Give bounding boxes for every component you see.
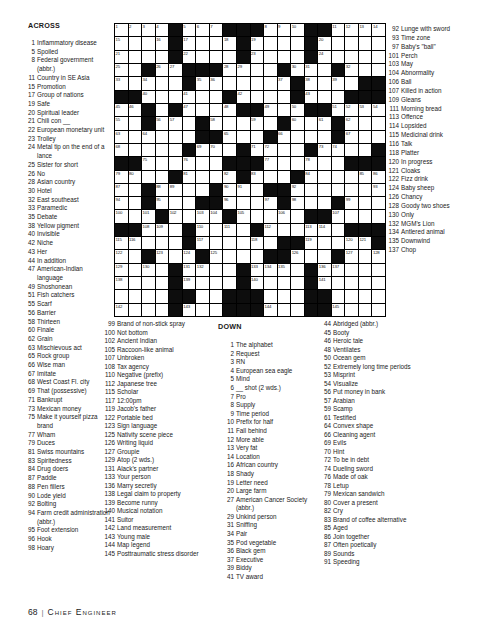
grid-cell: 95 — [156, 197, 169, 209]
grid-cell — [196, 171, 209, 183]
clue-number: 78 — [310, 482, 333, 491]
black-cell — [305, 51, 318, 63]
grid-cell — [210, 237, 223, 249]
grid-cell — [251, 64, 264, 76]
clue-number: 134 — [380, 228, 401, 237]
cell-number: 48 — [224, 104, 228, 109]
grid-cell — [156, 104, 169, 116]
cell-number: 131 — [183, 264, 190, 269]
grid-cell: 6 — [196, 24, 209, 36]
grid-cell: 56 — [156, 117, 169, 129]
clue-number: 87 — [310, 541, 333, 550]
cell-number: 85 — [359, 171, 363, 176]
clue-number: 46 — [310, 337, 333, 346]
clue-item: 139Become runny — [90, 499, 212, 508]
clue-number: 91 — [310, 558, 333, 567]
black-cell — [142, 104, 155, 116]
grid-cell — [129, 37, 142, 49]
clue-text: Raccoon-like animal — [117, 346, 212, 355]
grid-cell — [291, 304, 304, 316]
grid-cell — [183, 117, 196, 129]
cell-number: 63 — [116, 131, 120, 136]
clue-text: Killed in action — [401, 87, 492, 96]
clue-text: Scholar — [117, 388, 212, 397]
clue-item: 97Baby's "ball" — [380, 43, 492, 52]
clue-text: Lunge with sword — [401, 25, 492, 34]
grid-cell — [278, 51, 291, 63]
clue-item: 109Gleans — [380, 96, 492, 105]
grid-cell — [237, 250, 250, 262]
clue-item: 122Fizz drink — [380, 175, 492, 184]
black-cell — [142, 64, 155, 76]
grid-cell: 116 — [129, 237, 142, 249]
clue-text: Request — [236, 350, 318, 359]
clue-item: 1Inflammatory disease — [21, 39, 110, 48]
clue-item: 103May — [380, 60, 492, 69]
clue-number: 68 — [21, 378, 37, 387]
clue-number: 16 — [212, 461, 236, 470]
clue-text: Hint — [333, 448, 440, 457]
grid-cell: 42 — [237, 91, 250, 103]
grid-cell — [359, 144, 372, 156]
grid-cell — [264, 117, 277, 129]
grid-cell: 21 — [115, 51, 128, 63]
grid-cell: 108 — [142, 224, 155, 236]
clue-item: 85Aged — [310, 524, 440, 533]
black-cell — [183, 77, 196, 89]
clue-text: Paramedic — [37, 204, 110, 213]
grid-cell: 103 — [196, 210, 209, 222]
clue-text: Speeding — [333, 558, 440, 567]
clue-number: 107 — [90, 354, 117, 363]
grid-cell: 88 — [156, 184, 169, 196]
clue-number: 56 — [310, 388, 333, 397]
clue-text: May — [401, 60, 492, 69]
cell-number: 77 — [265, 157, 269, 162]
grid-cell — [332, 171, 345, 183]
clue-number: 58 — [21, 318, 37, 327]
clue-text: Heroic tale — [333, 337, 440, 346]
clue-item: 42Niche — [21, 239, 110, 248]
clue-number: 14 — [212, 453, 236, 462]
clue-item: 44Abridged (abbr.) — [310, 320, 440, 329]
black-cell — [332, 64, 345, 76]
grid-cell: 83 — [251, 171, 264, 183]
clue-item: 11Fall behind — [212, 427, 318, 436]
cell-number: 58 — [210, 117, 214, 122]
black-cell — [156, 210, 169, 222]
black-cell — [183, 144, 196, 156]
grid-cell — [345, 171, 358, 183]
clue-text: Fish catchers — [37, 291, 110, 300]
clue-number: 52 — [310, 363, 333, 372]
clue-item: 116Talk — [380, 140, 492, 149]
clue-number: 11 — [21, 74, 37, 83]
grid-cell: 76 — [183, 157, 196, 169]
cell-number: 136 — [319, 264, 326, 269]
grid-cell: 106 — [278, 210, 291, 222]
cell-number: 72 — [265, 144, 269, 149]
clue-number: 25 — [21, 161, 37, 170]
clue-item: 44In addition — [21, 257, 110, 266]
grid-cell: 5 — [183, 24, 196, 36]
clue-number: 126 — [380, 193, 401, 202]
cell-number: 123 — [156, 250, 163, 255]
clue-number: 67 — [21, 370, 37, 379]
clue-item: 33Paramedic — [21, 204, 110, 213]
grid-cell: 115 — [115, 237, 128, 249]
cell-number: 23 — [251, 51, 255, 56]
grid-cell — [359, 290, 372, 302]
grid-cell — [129, 184, 142, 196]
grid-cell — [210, 157, 223, 169]
grid-cell: 62 — [345, 117, 358, 129]
cell-number: 2 — [129, 24, 131, 29]
clue-number: 3 — [212, 358, 236, 367]
cell-number: 82 — [224, 171, 228, 176]
clue-text: Baby's "ball" — [401, 43, 492, 52]
clue-number: 60 — [21, 326, 37, 335]
grid-cell — [156, 290, 169, 302]
cell-number: 118 — [251, 237, 257, 242]
grid-cell — [142, 144, 155, 156]
grid-cell: 66 — [278, 131, 291, 143]
clue-text: Barrier — [37, 309, 110, 318]
clue-number: 21 — [21, 117, 37, 126]
cell-number: 112 — [265, 224, 271, 229]
clue-number: 96 — [21, 535, 37, 544]
clue-item: 130Only — [380, 211, 492, 220]
clue-item: 111Morning bread — [380, 105, 492, 114]
clue-number: 86 — [310, 533, 333, 542]
cell-number: 114 — [319, 224, 325, 229]
grid-cell — [251, 131, 264, 143]
clue-number: 59 — [310, 405, 333, 414]
grid-cell: 2 — [129, 24, 142, 36]
cell-number: 70 — [210, 144, 214, 149]
grid-cell — [196, 104, 209, 116]
grid-cell — [156, 264, 169, 276]
grid-cell — [359, 277, 372, 289]
grid-cell — [142, 171, 155, 183]
clue-item: 127Groupie — [90, 448, 212, 457]
black-cell — [129, 91, 142, 103]
cell-number: 12 — [346, 24, 350, 29]
clue-text: Testified — [333, 414, 440, 423]
clue-item: 50Ocean gem — [310, 354, 440, 363]
clue-number: 63 — [21, 344, 37, 353]
grid-cell — [196, 37, 209, 49]
clue-item: 29Unkind person — [212, 513, 318, 522]
clue-item: 6__ shot (2 wds.) — [212, 384, 318, 393]
grid-cell — [251, 250, 264, 262]
clue-number: 104 — [380, 69, 401, 78]
grid-cell — [223, 237, 236, 249]
grid-cell: 30 — [291, 64, 304, 76]
grid-cell: 114 — [318, 224, 331, 236]
grid-cell — [169, 144, 182, 156]
grid-cell — [129, 304, 142, 316]
grid-cell: 35 — [196, 77, 209, 89]
clue-number: 98 — [21, 544, 37, 553]
grid-cell: 57 — [169, 117, 182, 129]
grid-cell — [264, 37, 277, 49]
clue-number: 69 — [21, 387, 37, 396]
clue-number: 56 — [21, 309, 37, 318]
black-cell — [142, 197, 155, 209]
clue-item: 106Ball — [380, 78, 492, 87]
clue-number: 120 — [380, 158, 401, 167]
clue-text: Brand of coffee alternative — [333, 516, 440, 525]
clue-number: 112 — [90, 380, 117, 389]
grid-cell: 94 — [115, 197, 128, 209]
cell-number: 11 — [332, 24, 336, 29]
clue-item: 47American-Indian language — [21, 265, 110, 282]
grid-cell — [237, 237, 250, 249]
black-cell — [237, 171, 250, 183]
cell-number: 129 — [116, 264, 123, 269]
clue-text: Your person — [117, 473, 212, 482]
clue-item: 3RN — [212, 358, 318, 367]
grid-cell — [278, 304, 291, 316]
cell-number: 141 — [319, 277, 326, 282]
grid-cell: 28 — [223, 64, 236, 76]
clue-item: 112Japanese tree — [90, 380, 212, 389]
grid-cell: 75 — [142, 157, 155, 169]
clue-item: 48Ventilates — [310, 346, 440, 355]
cell-number: 107 — [332, 210, 339, 215]
black-cell — [115, 224, 128, 236]
cell-number: 100 — [116, 210, 123, 215]
clue-number: 108 — [90, 363, 117, 372]
black-cell — [210, 184, 223, 196]
clue-item: 46Heroic tale — [310, 337, 440, 346]
clue-item: 1The alphabet — [212, 341, 318, 350]
clue-item: 104Abnormality — [380, 69, 492, 78]
clue-number: 61 — [310, 414, 333, 423]
clue-text: Dueling sword — [333, 465, 440, 474]
clue-text: 12:00pm — [117, 397, 212, 406]
grid-cell: 59 — [251, 117, 264, 129]
grid-cell: 80 — [129, 171, 142, 183]
grid-cell — [251, 210, 264, 222]
grid-cell: 31 — [305, 64, 318, 76]
grid-cell: 39 — [332, 77, 345, 89]
grid-cell: 68 — [115, 144, 128, 156]
cell-number: 130 — [143, 264, 150, 269]
grid-cell: 99 — [345, 197, 358, 209]
grid-cell: 13 — [359, 24, 372, 36]
grid-cell — [156, 91, 169, 103]
clue-number: 71 — [21, 396, 37, 405]
clue-number: 4 — [212, 367, 236, 376]
clue-text: American Cancer Society (abbr.) — [236, 496, 318, 513]
clue-text: Scarf — [37, 300, 110, 309]
crossword-grid: 1234567891011121314151617181920212223242… — [114, 23, 386, 317]
clue-text: RN — [236, 358, 318, 367]
cell-number: 101 — [143, 210, 150, 215]
grid-cell: 74 — [332, 144, 345, 156]
clue-text: Unbroken — [117, 354, 212, 363]
cell-number: 95 — [156, 197, 160, 202]
grid-cell: 143 — [183, 304, 196, 316]
black-cell — [237, 304, 250, 316]
clue-number: 1 — [21, 39, 37, 48]
cell-number: 21 — [116, 51, 120, 56]
black-cell — [210, 131, 223, 143]
grid-cell — [264, 77, 277, 89]
clue-number: 35 — [21, 213, 37, 222]
clue-item: 21Chili con __ — [21, 117, 110, 126]
black-cell — [196, 64, 209, 76]
clue-item: 55Scarf — [21, 300, 110, 309]
clue-number: 26 — [21, 170, 37, 179]
grid-cell: 17 — [183, 37, 196, 49]
black-cell — [183, 237, 196, 249]
clue-number: 107 — [380, 87, 401, 96]
clue-number: 124 — [380, 184, 401, 193]
black-cell — [278, 64, 291, 76]
grid-cell — [278, 157, 291, 169]
grid-cell: 123 — [156, 250, 169, 262]
clue-number: 133 — [90, 473, 117, 482]
cell-number: 116 — [129, 237, 135, 242]
grid-cell: 61 — [318, 117, 331, 129]
black-cell — [264, 131, 277, 143]
cell-number: 117 — [197, 237, 203, 242]
clue-number: 30 — [21, 187, 37, 196]
clue-item: 41TV award — [212, 573, 318, 582]
cell-number: 37 — [278, 77, 282, 82]
cell-number: 75 — [143, 157, 147, 162]
grid-cell: 144 — [264, 304, 277, 316]
grid-cell: 50 — [291, 104, 304, 116]
clue-text: Put money in bank — [333, 388, 440, 397]
grid-cell — [345, 51, 358, 63]
grid-cell — [237, 131, 250, 143]
clue-item: 5Mind — [212, 375, 318, 384]
clue-item: 115Medicinal drink — [380, 131, 492, 140]
grid-cell — [210, 51, 223, 63]
black-cell — [305, 144, 318, 156]
clue-text: Atop (2 wds.) — [117, 456, 212, 465]
clue-number: 22 — [21, 126, 37, 135]
clue-item: 17Group of nations — [21, 91, 110, 100]
grid-cell: 32 — [345, 64, 358, 76]
clue-item: 39Biddy — [212, 564, 318, 573]
clue-text: Letup — [333, 482, 440, 491]
cell-number: 28 — [224, 64, 228, 69]
grid-cell — [278, 144, 291, 156]
clue-item: 105Raccoon-like animal — [90, 346, 212, 355]
clue-number: 17 — [21, 91, 37, 100]
cell-number: 14 — [373, 24, 377, 29]
grid-cell: 20 — [318, 37, 331, 49]
clue-text: European sea eagle — [236, 367, 318, 376]
cell-number: 91 — [237, 184, 241, 189]
cell-number: 31 — [305, 64, 309, 69]
clue-text: Morning bread — [401, 105, 492, 114]
black-cell — [169, 290, 182, 302]
clue-item: 70Hint — [310, 448, 440, 457]
clue-number: 9 — [212, 410, 236, 419]
clue-number: 33 — [21, 204, 37, 213]
grid-cell: 133 — [251, 264, 264, 276]
clue-item: 78Letup — [310, 482, 440, 491]
clue-number: 13 — [212, 444, 236, 453]
clue-text: Promotion — [37, 83, 110, 92]
clue-number: 143 — [90, 533, 117, 542]
clue-text: Ancient Indian — [117, 337, 212, 346]
grid-cell — [332, 37, 345, 49]
clue-number: 5 — [21, 48, 37, 57]
clue-number: 141 — [90, 516, 117, 525]
clue-number: 119 — [90, 405, 117, 414]
clue-item: 28Asian country — [21, 178, 110, 187]
grid-cell — [318, 91, 331, 103]
grid-cell — [359, 64, 372, 76]
cell-number: 122 — [116, 250, 123, 255]
black-cell — [278, 117, 291, 129]
clue-text: More able — [236, 436, 318, 445]
black-cell — [237, 277, 250, 289]
clue-number: 19 — [21, 100, 37, 109]
black-cell — [291, 91, 304, 103]
clue-text: Executive — [236, 556, 318, 565]
clue-item: 86Join together — [310, 533, 440, 542]
clue-number: 8 — [21, 56, 37, 65]
clue-number: 131 — [90, 465, 117, 474]
cell-number: 64 — [143, 131, 147, 136]
grid-cell — [332, 224, 345, 236]
down-clue-list-2: 44Abridged (abbr.)45Booty46Heroic tale48… — [310, 320, 440, 567]
grid-cell: 53 — [359, 104, 372, 116]
clue-item: 4European sea eagle — [212, 367, 318, 376]
clue-number: 64 — [310, 422, 333, 431]
grid-cell: 9 — [278, 24, 291, 36]
clue-item: 8Federal government (abbr.) — [21, 56, 110, 73]
grid-cell: 138 — [115, 277, 128, 289]
clue-number: 75 — [21, 413, 37, 422]
clue-item: 15Promotion — [21, 83, 110, 92]
black-cell — [264, 184, 277, 196]
cell-number: 60 — [292, 117, 296, 122]
cell-number: 32 — [346, 64, 350, 69]
grid-cell — [129, 290, 142, 302]
clue-item: 27American Cancer Society (abbr.) — [212, 496, 318, 513]
clue-number: 122 — [90, 414, 117, 423]
clue-text: TV award — [236, 573, 318, 582]
grid-cell — [169, 77, 182, 89]
clue-item: 22European monetary unit — [21, 126, 110, 135]
cell-number: 115 — [116, 237, 122, 242]
clue-text: Sounds — [333, 550, 440, 559]
clue-number: 129 — [90, 456, 117, 465]
grid-cell — [278, 290, 291, 302]
clue-text: Made of oak — [333, 473, 440, 482]
clue-text: Posttraumatic stress disorder — [117, 550, 212, 559]
clue-number: 65 — [21, 352, 37, 361]
cell-number: 121 — [359, 237, 366, 242]
clue-number: 132 — [380, 220, 401, 229]
clue-text: Often poetically — [333, 541, 440, 550]
black-cell — [196, 197, 209, 209]
grid-cell — [345, 304, 358, 316]
black-cell — [196, 117, 209, 129]
black-cell — [345, 91, 358, 103]
clue-item: 121Cloaks — [380, 167, 492, 176]
grid-cell — [196, 51, 209, 63]
